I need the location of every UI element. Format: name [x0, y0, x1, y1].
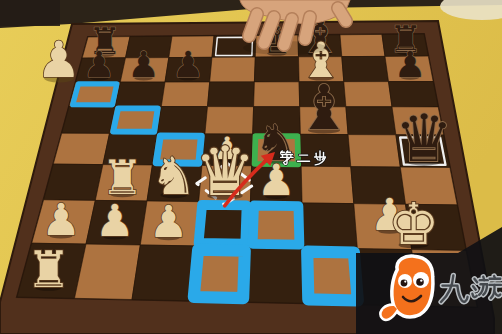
- piece-white-p-c2[interactable]: ♟: [149, 196, 189, 247]
- svg-text:♟: ♟: [149, 196, 189, 247]
- piece-black-p-a7[interactable]: ♟: [83, 44, 115, 85]
- square-b6[interactable]: [115, 82, 165, 106]
- svg-text:♟: ♟: [394, 44, 426, 85]
- square-f2[interactable]: [302, 203, 357, 249]
- piece-white-p-b2[interactable]: ♟: [95, 195, 135, 246]
- square-e6[interactable]: [254, 82, 300, 107]
- piece-black-p-c7[interactable]: ♟: [172, 44, 204, 85]
- square-d7[interactable]: [210, 57, 256, 82]
- svg-text:♛: ♛: [395, 100, 454, 176]
- piece-black-b-f5[interactable]: ♝: [296, 72, 351, 144]
- square-g8[interactable]: [340, 34, 385, 56]
- piece-white-q-d3[interactable]: ♛: [194, 132, 255, 211]
- svg-text:♟: ♟: [95, 195, 135, 246]
- square-c5[interactable]: [157, 107, 207, 134]
- svg-text:♜: ♜: [26, 241, 71, 299]
- piece-black-p-b7[interactable]: ♟: [128, 44, 160, 85]
- square-c6[interactable]: [161, 82, 209, 107]
- piece-black-q-h4[interactable]: ♛: [395, 100, 454, 176]
- char-游: [472, 276, 501, 298]
- svg-text:♝: ♝: [296, 72, 351, 144]
- board-svg: ♜♚♝♜♟♟♟♟♝♝♟♞♛♜♞♛♟♟♟♟♟♜♚♟: [0, 0, 502, 334]
- square-f3[interactable]: [301, 166, 354, 203]
- svg-text:♛: ♛: [194, 132, 255, 211]
- piece-white-p-a2[interactable]: ♟: [41, 194, 81, 245]
- svg-text:♟: ♟: [37, 31, 82, 89]
- square-g5[interactable]: [346, 107, 396, 135]
- svg-text:♟: ♟: [83, 44, 115, 85]
- svg-text:♟: ♟: [128, 44, 160, 85]
- svg-text:♚: ♚: [388, 191, 440, 258]
- square-g4[interactable]: [348, 135, 400, 168]
- svg-text:♟: ♟: [41, 194, 81, 245]
- piece-white-r-a1[interactable]: ♜: [26, 241, 71, 299]
- captured-white-pawn: ♟: [37, 31, 82, 89]
- chess-scene: ♜♚♝♜♟♟♟♟♝♝♟♞♛♜♞♛♟♟♟♟♟♜♚♟: [0, 0, 502, 334]
- square-a5[interactable]: [62, 106, 115, 133]
- square-d6[interactable]: [208, 82, 255, 107]
- square-e1[interactable]: [247, 247, 305, 303]
- room-shadow-corner: [0, 0, 60, 26]
- piece-black-p-h7[interactable]: ♟: [394, 44, 426, 85]
- svg-text:♟: ♟: [172, 44, 204, 85]
- piece-white-k-g1[interactable]: ♚: [388, 191, 440, 258]
- square-b1[interactable]: [75, 244, 141, 299]
- square-c1[interactable]: [132, 245, 195, 301]
